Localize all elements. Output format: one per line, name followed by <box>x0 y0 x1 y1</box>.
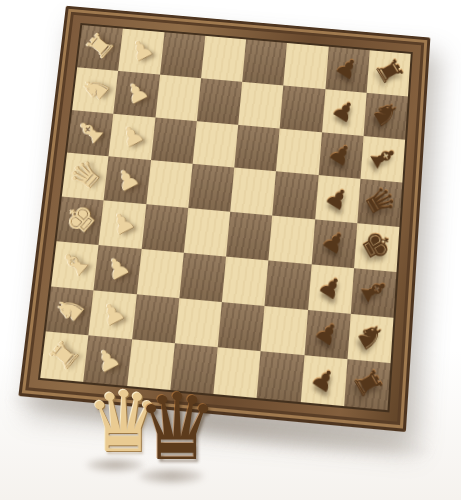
board-grid: ♜♟♟♜♞♟♟♞♝♟♟♝♛♟♟♛♚♟♟♚♝♟♟♝♞♟♟♞♜♟♟♜ <box>38 23 413 412</box>
square-b8: ♞ <box>363 93 408 140</box>
square-h8: ♜ <box>344 359 391 410</box>
square-f3 <box>136 249 183 298</box>
piece-wP-h2: ♟ <box>91 342 124 377</box>
square-e1: ♚ <box>57 197 104 245</box>
piece-wP-c2: ♟ <box>116 119 148 152</box>
square-f7: ♟ <box>308 264 354 313</box>
piece-bN-g8: ♞ <box>350 316 392 357</box>
square-c7: ♟ <box>318 132 363 179</box>
square-h5 <box>213 347 260 398</box>
piece-wP-b2: ♟ <box>121 76 153 108</box>
square-e3 <box>141 204 188 252</box>
square-a7: ♟ <box>325 47 370 93</box>
square-b5 <box>238 82 283 128</box>
square-a1: ♜ <box>77 25 123 71</box>
square-d5 <box>230 168 276 216</box>
square-c6 <box>276 128 321 175</box>
square-a5 <box>242 39 287 85</box>
square-c4 <box>192 121 238 168</box>
piece-bR-h8: ♜ <box>347 363 388 403</box>
piece-wQ-d1: ♛ <box>63 153 109 197</box>
square-f4 <box>179 252 226 301</box>
piece-wB-c1: ♝ <box>70 112 111 152</box>
square-a4 <box>201 36 246 82</box>
square-g8: ♞ <box>347 313 393 363</box>
square-c3 <box>151 117 197 164</box>
piece-bP-h7: ♟ <box>307 361 342 397</box>
square-d7: ♟ <box>315 175 361 223</box>
square-b7: ♟ <box>322 89 367 136</box>
piece-bP-d7: ♟ <box>321 181 355 215</box>
piece-wP-e2: ♟ <box>106 206 138 240</box>
square-a8: ♜ <box>366 50 410 96</box>
square-c8: ♝ <box>360 136 405 183</box>
piece-bN-b8: ♞ <box>366 95 406 133</box>
piece-bP-e7: ♟ <box>317 225 351 260</box>
square-f2: ♟ <box>94 245 141 294</box>
square-f8: ♝ <box>351 268 397 317</box>
square-g3 <box>132 294 180 344</box>
square-f1: ♝ <box>51 241 99 290</box>
square-e8: ♚ <box>354 223 400 272</box>
square-a3 <box>160 32 205 78</box>
chess-board: ♜♟♟♜♞♟♟♞♝♟♟♝♛♟♟♛♚♟♟♚♝♟♟♝♞♟♟♞♜♟♟♜ <box>18 6 430 432</box>
piece-bB-f8: ♝ <box>353 271 394 311</box>
square-g4 <box>175 298 222 348</box>
square-e7: ♟ <box>311 219 357 268</box>
piece-bK-e8: ♚ <box>354 224 399 267</box>
square-c2: ♟ <box>109 113 155 160</box>
piece-wB-f1: ♝ <box>54 243 96 285</box>
square-g6 <box>261 305 308 355</box>
square-f5 <box>222 256 269 305</box>
board-frame: ♜♟♟♜♞♟♟♞♝♟♟♝♛♟♟♛♚♟♟♚♝♟♟♝♞♟♟♞♜♟♟♜ <box>18 6 430 432</box>
square-g7: ♟ <box>304 309 351 359</box>
piece-bP-c7: ♟ <box>324 137 357 171</box>
square-h7: ♟ <box>300 355 347 406</box>
piece-bP-a7: ♟ <box>331 52 364 85</box>
piece-wR-a1: ♜ <box>81 28 120 66</box>
square-f6 <box>265 260 311 309</box>
square-b6 <box>280 85 325 132</box>
square-e2: ♟ <box>99 200 146 248</box>
square-d1: ♛ <box>62 153 109 201</box>
piece-wR-h1: ♜ <box>44 334 85 375</box>
square-g2: ♟ <box>89 290 137 340</box>
square-h1: ♜ <box>40 332 88 382</box>
square-a2: ♟ <box>118 29 164 75</box>
square-b3 <box>155 74 201 120</box>
piece-wP-a2: ♟ <box>126 34 158 66</box>
square-b2: ♟ <box>114 71 160 117</box>
piece-wP-f2: ♟ <box>101 251 134 285</box>
square-g1: ♞ <box>46 286 94 336</box>
piece-bB-c8: ♝ <box>363 138 404 176</box>
square-e5 <box>226 212 272 260</box>
square-d3 <box>146 160 192 208</box>
piece-bR-a8: ♜ <box>369 54 408 90</box>
piece-wP-g2: ♟ <box>96 296 129 331</box>
square-a6 <box>284 43 329 89</box>
piece-wK-e1: ♚ <box>57 196 103 241</box>
square-c1: ♝ <box>67 110 114 157</box>
square-b4 <box>197 78 243 124</box>
square-c5 <box>234 124 280 171</box>
square-b1: ♞ <box>72 67 118 113</box>
piece-bP-f7: ♟ <box>314 270 348 305</box>
square-d2: ♟ <box>104 157 151 205</box>
extra-black-queen: ♛ <box>136 382 218 474</box>
square-e6 <box>269 216 315 265</box>
square-h6 <box>257 351 304 402</box>
piece-wP-d2: ♟ <box>111 162 143 195</box>
scene: ♜♟♟♜♞♟♟♞♝♟♟♝♛♟♟♛♚♟♟♚♝♟♟♝♞♟♟♞♜♟♟♜ ♛ ♛ <box>0 0 461 500</box>
piece-bQ-d8: ♛ <box>357 180 402 223</box>
piece-bP-g7: ♟ <box>310 315 344 351</box>
piece-wN-b1: ♞ <box>75 69 116 108</box>
piece-wN-g1: ♞ <box>49 288 91 330</box>
square-g5 <box>218 302 265 352</box>
piece-bP-b7: ♟ <box>328 94 361 127</box>
square-d6 <box>272 172 318 220</box>
square-d8: ♛ <box>357 179 402 227</box>
square-d4 <box>188 164 234 212</box>
square-e4 <box>184 208 231 256</box>
